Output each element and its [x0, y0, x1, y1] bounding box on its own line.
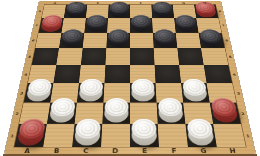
rank-label-right-3: 3 [236, 91, 240, 95]
rank-label-left-6: 6 [32, 39, 35, 42]
square-d6[interactable] [106, 33, 130, 49]
rank-label-right-6: 6 [225, 39, 228, 42]
square-b6[interactable] [59, 33, 84, 49]
square-h8[interactable] [194, 5, 218, 19]
square-f8[interactable] [151, 5, 174, 19]
white-checker-d2[interactable] [104, 104, 129, 123]
file-label-bottom-g: G [200, 147, 207, 154]
square-d5[interactable] [105, 48, 130, 65]
square-e5[interactable] [130, 48, 155, 65]
rank-label-left-8: 8 [38, 10, 41, 13]
rank-label-left-5: 5 [28, 55, 32, 58]
rank-label-right-4: 4 [232, 72, 236, 76]
square-h6[interactable] [199, 33, 225, 49]
square-b5[interactable] [56, 48, 82, 65]
square-c1[interactable] [72, 124, 102, 147]
rank-label-left-4: 4 [24, 72, 28, 76]
file-label-bottom-c: C [83, 147, 89, 154]
square-d1[interactable] [101, 124, 130, 147]
black-checker-c7[interactable] [86, 19, 107, 32]
square-d2[interactable] [102, 103, 130, 124]
square-f2[interactable] [157, 103, 186, 124]
square-h4[interactable] [204, 65, 232, 83]
black-checker-b8[interactable] [65, 5, 86, 17]
red-checker-a1[interactable] [16, 125, 45, 145]
square-a3[interactable] [24, 83, 54, 103]
red-checker-h2[interactable] [211, 104, 239, 123]
checkers-board: AABBCCDDEEFFGGHH1122334455667788 [4, 1, 255, 154]
square-c5[interactable] [81, 48, 106, 65]
square-c7[interactable] [84, 18, 108, 33]
red-checker-a7[interactable] [40, 19, 62, 32]
black-checker-f8[interactable] [153, 5, 173, 17]
rank-label-right-1: 1 [246, 133, 250, 138]
rank-label-left-3: 3 [20, 91, 24, 95]
square-d8[interactable] [108, 5, 130, 19]
board-grid [13, 4, 246, 147]
file-label-top-d: D [118, 1, 121, 4]
rank-label-right-7: 7 [222, 24, 225, 27]
square-h2[interactable] [210, 103, 241, 124]
square-f1[interactable] [158, 124, 188, 147]
file-label-bottom-f: F [171, 147, 176, 154]
square-c3[interactable] [77, 83, 105, 103]
square-a1[interactable] [14, 124, 47, 147]
black-checker-h6[interactable] [200, 34, 223, 48]
square-b2[interactable] [47, 103, 77, 124]
file-label-top-h: H [203, 1, 207, 4]
rank-label-left-1: 1 [10, 133, 14, 138]
rank-label-right-8: 8 [219, 10, 222, 13]
square-f6[interactable] [153, 33, 178, 49]
red-checker-h8[interactable] [195, 5, 216, 17]
file-label-top-a: A [53, 1, 56, 4]
square-e6[interactable] [130, 33, 154, 49]
black-checker-b6[interactable] [60, 34, 82, 48]
square-h5[interactable] [201, 48, 228, 65]
file-label-top-g: G [182, 1, 185, 4]
square-h1[interactable] [213, 124, 246, 147]
rank-label-right-5: 5 [228, 55, 232, 58]
white-checker-e3[interactable] [131, 84, 155, 101]
square-g6[interactable] [176, 33, 201, 49]
square-g1[interactable] [185, 124, 216, 147]
square-f4[interactable] [155, 65, 181, 83]
file-label-top-c: C [96, 1, 99, 4]
square-e7[interactable] [130, 18, 153, 33]
file-label-bottom-a: A [24, 147, 31, 154]
white-checker-c1[interactable] [74, 125, 101, 145]
file-label-bottom-d: D [112, 147, 118, 154]
square-a7[interactable] [39, 18, 64, 33]
rank-label-right-2: 2 [241, 111, 245, 115]
file-label-top-e: E [139, 1, 142, 4]
square-g3[interactable] [181, 83, 210, 103]
square-g5[interactable] [177, 48, 203, 65]
square-b4[interactable] [53, 65, 80, 83]
rank-label-left-7: 7 [35, 24, 38, 27]
white-checker-f2[interactable] [158, 104, 184, 123]
file-label-top-b: B [75, 1, 78, 4]
square-a5[interactable] [32, 48, 59, 65]
black-checker-e7[interactable] [131, 19, 151, 32]
square-b8[interactable] [64, 5, 88, 19]
white-checker-g1[interactable] [187, 125, 215, 145]
square-d4[interactable] [104, 65, 130, 83]
file-label-bottom-e: E [142, 147, 147, 154]
square-e1[interactable] [130, 124, 159, 147]
black-checker-d8[interactable] [109, 5, 129, 17]
black-checker-d6[interactable] [108, 34, 129, 48]
square-a6[interactable] [35, 33, 61, 49]
white-checker-a3[interactable] [25, 84, 51, 101]
black-checker-f6[interactable] [154, 34, 176, 48]
white-checker-g3[interactable] [183, 84, 208, 101]
white-checker-c3[interactable] [78, 84, 102, 101]
black-checker-g7[interactable] [175, 19, 197, 32]
white-checker-e1[interactable] [132, 125, 158, 145]
square-c6[interactable] [83, 33, 108, 49]
file-label-bottom-h: H [229, 147, 236, 154]
file-label-bottom-b: B [53, 147, 59, 154]
file-label-top-f: F [161, 1, 164, 4]
square-b1[interactable] [43, 124, 74, 147]
checkers-scene: AABBCCDDEEFFGGHH1122334455667788 [0, 0, 260, 156]
square-e3[interactable] [130, 83, 157, 103]
white-checker-b2[interactable] [49, 104, 76, 123]
square-f5[interactable] [154, 48, 179, 65]
rank-label-left-2: 2 [15, 111, 19, 115]
square-g7[interactable] [174, 18, 198, 33]
